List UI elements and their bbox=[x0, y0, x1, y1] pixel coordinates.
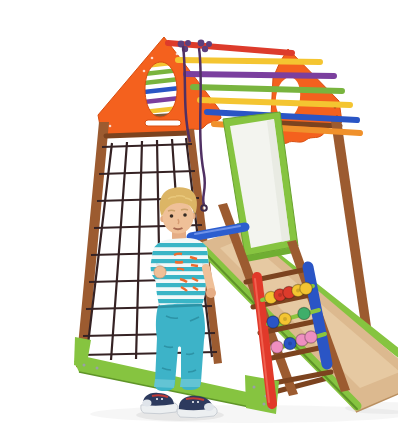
rear-crossbar bbox=[280, 123, 340, 126]
roof-rung-green bbox=[193, 87, 342, 91]
front-left-leg bbox=[76, 122, 109, 370]
net-top-rung bbox=[106, 133, 189, 136]
roof-rung-purple bbox=[186, 74, 334, 76]
rope-hook bbox=[201, 205, 207, 211]
toddler-right-hand bbox=[206, 288, 216, 298]
play-gym-scene bbox=[40, 16, 398, 425]
toddler-raised-fist bbox=[154, 266, 166, 278]
toddler-left-shoe bbox=[141, 393, 178, 414]
product-photo: Toddler standing in front of a wooden in… bbox=[40, 16, 398, 425]
